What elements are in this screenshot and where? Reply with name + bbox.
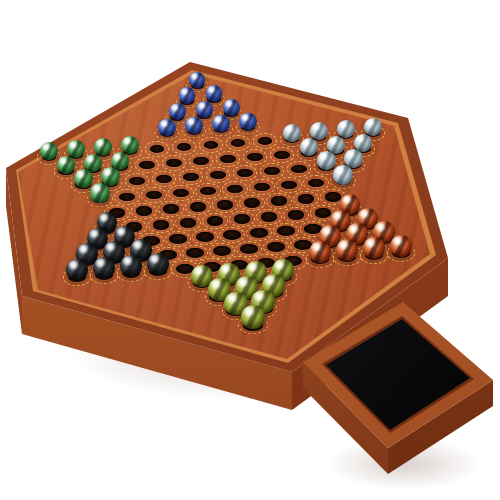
marble-blue[interactable] — [206, 85, 223, 102]
board-hole[interactable] — [261, 212, 278, 221]
marble-black[interactable] — [120, 255, 142, 277]
board-hole[interactable] — [136, 206, 153, 215]
board-hole[interactable] — [129, 177, 145, 186]
board-hole[interactable] — [291, 165, 307, 174]
board-hole[interactable] — [180, 218, 197, 227]
marble-blue[interactable] — [169, 103, 186, 120]
marble-blue[interactable] — [212, 115, 230, 133]
board-hole[interactable] — [166, 159, 181, 167]
marble-blue[interactable] — [179, 87, 196, 104]
marble-blue[interactable] — [239, 113, 257, 131]
marble-red[interactable] — [309, 241, 331, 263]
marble-blue[interactable] — [189, 72, 205, 88]
board-hole[interactable] — [220, 155, 235, 163]
board-hole[interactable] — [223, 230, 240, 240]
board-hole[interactable] — [315, 208, 332, 217]
board-hole[interactable] — [213, 246, 231, 256]
board-hole[interactable] — [234, 214, 251, 223]
board-hole[interactable] — [267, 242, 285, 252]
board-hole[interactable] — [247, 153, 262, 161]
marble-red[interactable] — [336, 239, 358, 261]
marble-blue[interactable] — [196, 101, 213, 118]
board-hole[interactable] — [153, 220, 170, 229]
board-hole[interactable] — [264, 167, 280, 176]
board-hole[interactable] — [240, 244, 258, 254]
marble-black[interactable] — [147, 253, 169, 275]
board-hole[interactable] — [186, 248, 204, 258]
marble-black[interactable] — [66, 259, 88, 281]
board-hole[interactable] — [271, 196, 288, 205]
board-hole[interactable] — [139, 161, 154, 169]
board-hole[interactable] — [156, 175, 172, 184]
board-hole[interactable] — [288, 210, 305, 219]
board-hole[interactable] — [190, 202, 207, 211]
board-hole[interactable] — [163, 204, 180, 213]
marble-blue[interactable] — [223, 99, 240, 116]
marble-blue[interactable] — [185, 117, 203, 135]
board-hole[interactable] — [250, 228, 267, 238]
marble-red[interactable] — [390, 235, 412, 257]
board-hole[interactable] — [193, 157, 208, 165]
marble-red[interactable] — [363, 237, 385, 259]
board-hole[interactable] — [169, 234, 186, 244]
board-hole[interactable] — [244, 198, 261, 207]
board-hole[interactable] — [196, 232, 213, 242]
marble-green[interactable] — [74, 169, 93, 188]
board-hole[interactable] — [274, 151, 289, 159]
board-hole[interactable] — [237, 169, 253, 178]
marble-clear[interactable] — [333, 165, 353, 185]
board-hole[interactable] — [183, 173, 199, 182]
marble-green[interactable] — [90, 183, 110, 203]
board-hole[interactable] — [210, 171, 226, 180]
board-hole[interactable] — [298, 194, 315, 203]
board-hole[interactable] — [325, 192, 342, 201]
marble-clear[interactable] — [317, 151, 336, 170]
board-hole[interactable] — [207, 216, 224, 225]
board-hole[interactable] — [217, 200, 234, 209]
chinese-checkers-scene — [0, 0, 500, 500]
marble-black[interactable] — [93, 257, 115, 279]
marble-blue[interactable] — [158, 119, 176, 137]
board-hole[interactable] — [277, 226, 294, 236]
